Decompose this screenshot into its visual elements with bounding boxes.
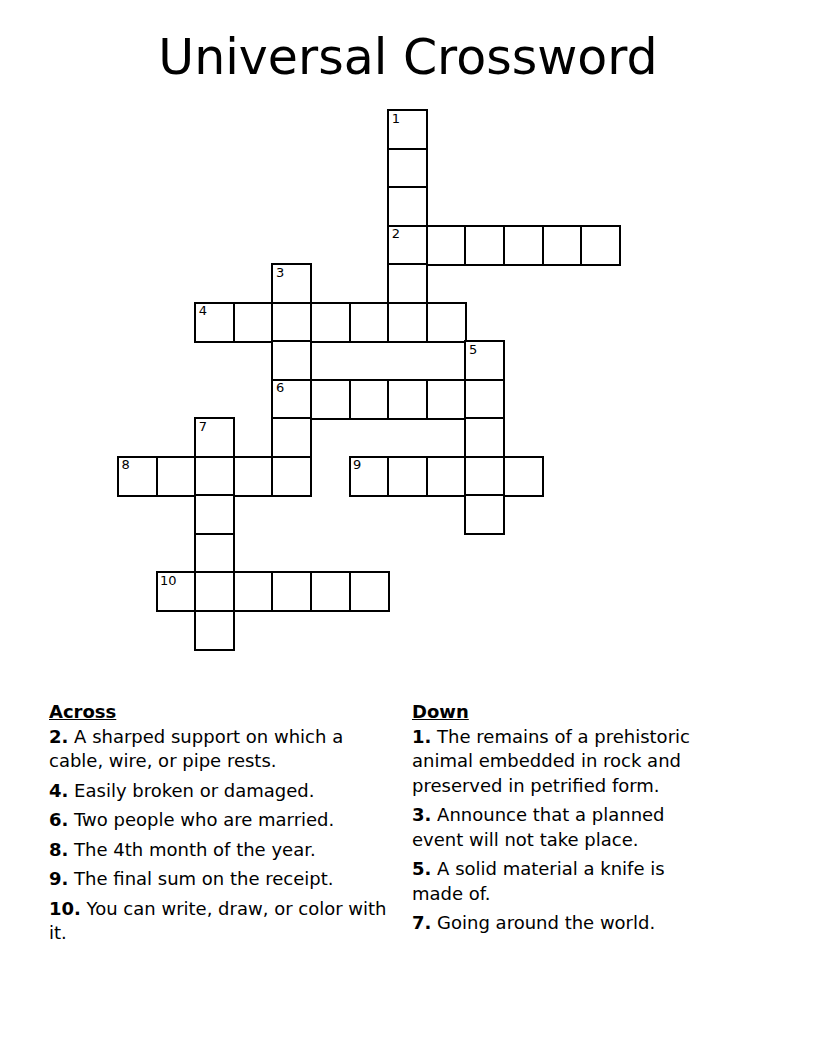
down-header: Down: [412, 700, 721, 725]
grid-cell-r9c4[interactable]: [271, 456, 312, 497]
grid-cell-r7c9[interactable]: [464, 379, 505, 420]
grid-cell-r9c8[interactable]: [426, 456, 467, 497]
clue-across-8-number: 8.: [49, 839, 68, 860]
grid-cell-r12c5[interactable]: [310, 571, 351, 612]
clue-across-4: 4. Easily broken or damaged.: [49, 779, 391, 804]
grid-cell-r9c3[interactable]: [233, 456, 274, 497]
grid-cell-r9c10[interactable]: [503, 456, 544, 497]
clue-down-5: 5. A solid material a knife is made of.: [412, 857, 721, 906]
grid-cell-r7c8[interactable]: [426, 379, 467, 420]
grid-cell-r3c12[interactable]: [580, 225, 621, 266]
grid-cell-r0c7[interactable]: 1: [387, 109, 428, 150]
cell-number-10: 10: [160, 574, 177, 588]
clue-across-8: 8. The 4th month of the year.: [49, 838, 391, 863]
cell-number-8: 8: [122, 458, 130, 472]
grid-cell-r10c9[interactable]: [464, 494, 505, 535]
across-header: Across: [49, 700, 391, 725]
grid-cell-r12c3[interactable]: [233, 571, 274, 612]
grid-cell-r2c7[interactable]: [387, 186, 428, 227]
grid-cell-r3c10[interactable]: [503, 225, 544, 266]
cell-number-6: 6: [276, 381, 284, 395]
cell-number-9: 9: [353, 458, 361, 472]
grid-cell-r3c9[interactable]: [464, 225, 505, 266]
grid-cell-r1c7[interactable]: [387, 148, 428, 189]
grid-cell-r8c9[interactable]: [464, 417, 505, 458]
clue-across-9: 9. The final sum on the receipt.: [49, 867, 391, 892]
down-clues-section: Down 1. The remains of a prehistoric ani…: [412, 700, 721, 941]
clue-across-4-number: 4.: [49, 780, 68, 801]
grid-cell-r3c11[interactable]: [542, 225, 583, 266]
across-clue-list: 2. A sharped support on which a cable, w…: [49, 725, 391, 946]
clue-across-9-number: 9.: [49, 868, 68, 889]
grid-cell-r5c8[interactable]: [426, 302, 467, 343]
grid-cell-r5c4[interactable]: [271, 302, 312, 343]
cell-number-2: 2: [392, 227, 400, 241]
grid-cell-r6c4[interactable]: [271, 340, 312, 381]
grid-cell-r13c2[interactable]: [194, 610, 235, 651]
grid-cell-r9c0[interactable]: 8: [117, 456, 158, 497]
clue-down-3-number: 3.: [412, 804, 431, 825]
grid-cell-r9c2[interactable]: [194, 456, 235, 497]
clue-down-7: 7. Going around the world.: [412, 911, 721, 936]
grid-cell-r12c4[interactable]: [271, 571, 312, 612]
clue-down-1: 1. The remains of a prehistoric animal e…: [412, 725, 721, 799]
clue-across-2: 2. A sharped support on which a cable, w…: [49, 725, 391, 774]
grid-cell-r5c6[interactable]: [349, 302, 390, 343]
clue-down-1-number: 1.: [412, 726, 431, 747]
grid-cell-r6c9[interactable]: 5: [464, 340, 505, 381]
crossword-grid: 12345678910: [117, 109, 622, 651]
grid-cell-r8c4[interactable]: [271, 417, 312, 458]
across-clues-section: Across 2. A sharped support on which a c…: [49, 700, 391, 951]
cell-number-4: 4: [199, 304, 207, 318]
grid-cell-r9c1[interactable]: [156, 456, 197, 497]
grid-cell-r8c2[interactable]: 7: [194, 417, 235, 458]
page-title: Universal Crossword: [0, 28, 816, 88]
grid-cell-r5c3[interactable]: [233, 302, 274, 343]
down-clue-list: 1. The remains of a prehistoric animal e…: [412, 725, 721, 936]
grid-cell-r7c5[interactable]: [310, 379, 351, 420]
grid-cell-r12c1[interactable]: 10: [156, 571, 197, 612]
cell-number-5: 5: [469, 343, 477, 357]
clue-across-6: 6. Two people who are married.: [49, 808, 391, 833]
cell-number-3: 3: [276, 266, 284, 280]
crossword-page: Universal Crossword 12345678910 Across 2…: [0, 0, 816, 1056]
grid-cell-r9c6[interactable]: 9: [349, 456, 390, 497]
grid-cell-r5c7[interactable]: [387, 302, 428, 343]
grid-cell-r5c5[interactable]: [310, 302, 351, 343]
clue-down-5-number: 5.: [412, 858, 431, 879]
grid-cell-r7c6[interactable]: [349, 379, 390, 420]
grid-cell-r3c7[interactable]: 2: [387, 225, 428, 266]
grid-cell-r11c2[interactable]: [194, 533, 235, 574]
clue-across-10: 10. You can write, draw, or color with i…: [49, 897, 391, 946]
grid-cell-r7c7[interactable]: [387, 379, 428, 420]
grid-cell-r10c2[interactable]: [194, 494, 235, 535]
grid-cell-r12c6[interactable]: [349, 571, 390, 612]
grid-cell-r12c2[interactable]: [194, 571, 235, 612]
clue-across-2-number: 2.: [49, 726, 68, 747]
grid-cell-r9c9[interactable]: [464, 456, 505, 497]
grid-cell-r4c7[interactable]: [387, 263, 428, 304]
grid-cell-r7c4[interactable]: 6: [271, 379, 312, 420]
clue-across-10-number: 10.: [49, 898, 81, 919]
clue-down-7-number: 7.: [412, 912, 431, 933]
cell-number-7: 7: [199, 420, 207, 434]
grid-cell-r4c4[interactable]: 3: [271, 263, 312, 304]
cell-number-1: 1: [392, 112, 400, 126]
grid-cell-r5c2[interactable]: 4: [194, 302, 235, 343]
clue-across-6-number: 6.: [49, 809, 68, 830]
clue-down-3: 3. Announce that a planned event will no…: [412, 803, 721, 852]
grid-cell-r3c8[interactable]: [426, 225, 467, 266]
grid-cell-r9c7[interactable]: [387, 456, 428, 497]
